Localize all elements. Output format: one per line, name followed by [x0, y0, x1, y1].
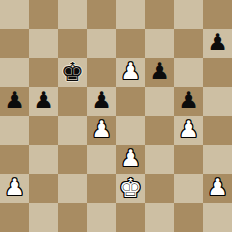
- square-g2[interactable]: [174, 174, 203, 203]
- square-a7[interactable]: [0, 29, 29, 58]
- square-f6[interactable]: ♟: [145, 58, 174, 87]
- square-b1[interactable]: [29, 203, 58, 232]
- square-e8[interactable]: [116, 0, 145, 29]
- square-g5[interactable]: ♟: [174, 87, 203, 116]
- square-b7[interactable]: [29, 29, 58, 58]
- square-e5[interactable]: [116, 87, 145, 116]
- square-f5[interactable]: [145, 87, 174, 116]
- square-e4[interactable]: [116, 116, 145, 145]
- black-pawn[interactable]: ♟: [207, 31, 228, 54]
- square-e3[interactable]: ♟: [116, 145, 145, 174]
- square-d1[interactable]: [87, 203, 116, 232]
- white-pawn[interactable]: ♟: [120, 60, 141, 83]
- square-g8[interactable]: [174, 0, 203, 29]
- square-h2[interactable]: ♟: [203, 174, 232, 203]
- black-pawn[interactable]: ♟: [149, 60, 170, 83]
- square-e6[interactable]: ♟: [116, 58, 145, 87]
- square-d4[interactable]: ♟: [87, 116, 116, 145]
- square-h7[interactable]: ♟: [203, 29, 232, 58]
- square-b4[interactable]: [29, 116, 58, 145]
- square-h8[interactable]: [203, 0, 232, 29]
- square-c5[interactable]: [58, 87, 87, 116]
- square-h1[interactable]: [203, 203, 232, 232]
- square-g4[interactable]: ♟: [174, 116, 203, 145]
- square-f7[interactable]: [145, 29, 174, 58]
- square-a1[interactable]: [0, 203, 29, 232]
- square-g7[interactable]: [174, 29, 203, 58]
- white-king[interactable]: ♚: [119, 175, 142, 201]
- black-pawn[interactable]: ♟: [33, 89, 54, 112]
- square-d7[interactable]: [87, 29, 116, 58]
- square-d8[interactable]: [87, 0, 116, 29]
- square-e7[interactable]: [116, 29, 145, 58]
- square-b6[interactable]: [29, 58, 58, 87]
- square-c7[interactable]: [58, 29, 87, 58]
- square-a3[interactable]: [0, 145, 29, 174]
- square-e2[interactable]: ♚: [116, 174, 145, 203]
- square-e1[interactable]: [116, 203, 145, 232]
- square-g6[interactable]: [174, 58, 203, 87]
- white-pawn[interactable]: ♟: [178, 118, 199, 141]
- square-c3[interactable]: [58, 145, 87, 174]
- square-h6[interactable]: [203, 58, 232, 87]
- square-c6[interactable]: ♚: [58, 58, 87, 87]
- square-h3[interactable]: [203, 145, 232, 174]
- square-a6[interactable]: [0, 58, 29, 87]
- square-h5[interactable]: [203, 87, 232, 116]
- square-f3[interactable]: [145, 145, 174, 174]
- square-a2[interactable]: ♟: [0, 174, 29, 203]
- square-d6[interactable]: [87, 58, 116, 87]
- square-b5[interactable]: ♟: [29, 87, 58, 116]
- black-pawn[interactable]: ♟: [91, 89, 112, 112]
- white-pawn[interactable]: ♟: [120, 147, 141, 170]
- square-f4[interactable]: [145, 116, 174, 145]
- square-a8[interactable]: [0, 0, 29, 29]
- square-a5[interactable]: ♟: [0, 87, 29, 116]
- black-pawn[interactable]: ♟: [178, 89, 199, 112]
- square-c2[interactable]: [58, 174, 87, 203]
- square-d3[interactable]: [87, 145, 116, 174]
- square-f8[interactable]: [145, 0, 174, 29]
- square-b3[interactable]: [29, 145, 58, 174]
- square-c8[interactable]: [58, 0, 87, 29]
- square-h4[interactable]: [203, 116, 232, 145]
- white-pawn[interactable]: ♟: [207, 176, 228, 199]
- square-c4[interactable]: [58, 116, 87, 145]
- chess-board: ♟♚♟♟♟♟♟♟♟♟♟♟♚♟: [0, 0, 232, 232]
- white-pawn[interactable]: ♟: [4, 176, 25, 199]
- square-a4[interactable]: [0, 116, 29, 145]
- square-d2[interactable]: [87, 174, 116, 203]
- square-g3[interactable]: [174, 145, 203, 174]
- square-f1[interactable]: [145, 203, 174, 232]
- black-pawn[interactable]: ♟: [4, 89, 25, 112]
- square-f2[interactable]: [145, 174, 174, 203]
- square-b8[interactable]: [29, 0, 58, 29]
- square-b2[interactable]: [29, 174, 58, 203]
- square-d5[interactable]: ♟: [87, 87, 116, 116]
- white-pawn[interactable]: ♟: [91, 118, 112, 141]
- square-g1[interactable]: [174, 203, 203, 232]
- square-c1[interactable]: [58, 203, 87, 232]
- black-king[interactable]: ♚: [61, 59, 84, 85]
